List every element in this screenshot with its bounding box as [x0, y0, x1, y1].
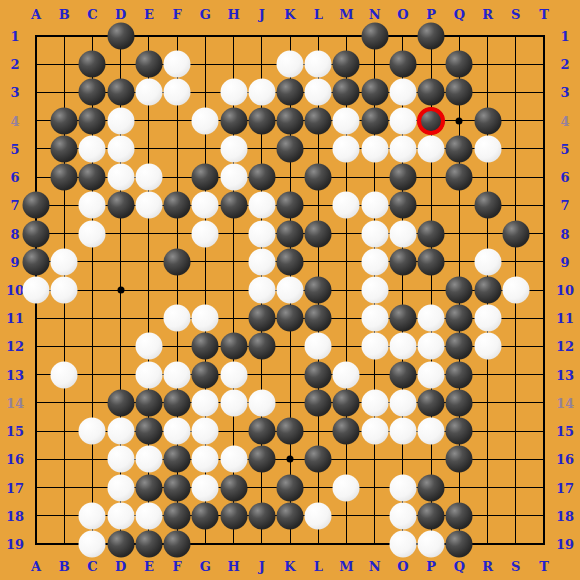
stone-white-C18[interactable] [79, 502, 106, 529]
stone-black-C2[interactable] [79, 51, 106, 78]
row-label-right-5: 5 [560, 142, 569, 155]
stone-white-M17[interactable] [333, 474, 360, 501]
stone-black-L6[interactable] [305, 164, 332, 191]
stone-black-K9[interactable] [277, 248, 304, 275]
stone-black-P18[interactable] [418, 502, 445, 529]
stone-white-D16[interactable] [107, 446, 134, 473]
stone-black-L11[interactable] [305, 305, 332, 332]
col-label-top-H: H [227, 8, 239, 21]
stone-white-H13[interactable] [220, 361, 247, 388]
row-label-right-15: 15 [556, 425, 574, 438]
col-label-bottom-F: F [172, 560, 181, 573]
row-label-right-10: 10 [556, 284, 574, 297]
col-label-top-B: B [59, 8, 70, 21]
stone-black-K3[interactable] [277, 79, 304, 106]
stone-black-L16[interactable] [305, 446, 332, 473]
stone-white-K2[interactable] [277, 51, 304, 78]
stone-white-N9[interactable] [361, 248, 388, 275]
col-label-top-E: E [144, 8, 154, 21]
row-label-left-5: 5 [10, 142, 19, 155]
stone-black-R7[interactable] [474, 192, 501, 219]
stone-black-O9[interactable] [389, 248, 416, 275]
stone-white-B9[interactable] [51, 248, 78, 275]
col-label-bottom-A: A [31, 560, 41, 573]
stone-white-G11[interactable] [192, 305, 219, 332]
col-label-top-C: C [87, 8, 97, 21]
row-label-left-16: 16 [6, 453, 24, 466]
stone-white-G16[interactable] [192, 446, 219, 473]
stone-black-Q2[interactable] [446, 51, 473, 78]
col-label-bottom-D: D [115, 560, 126, 573]
stone-black-O7[interactable] [389, 192, 416, 219]
col-label-top-K: K [284, 8, 295, 21]
row-label-left-14: 14 [6, 396, 24, 409]
row-label-left-2: 2 [10, 58, 19, 71]
go-board[interactable]: AABBCCDDEEFFGGHHJJKKLLMMNNOOPPQQRRSSTT11… [0, 0, 580, 580]
stone-black-P8[interactable] [418, 220, 445, 247]
stone-black-D14[interactable] [107, 389, 134, 416]
stone-white-N12[interactable] [361, 333, 388, 360]
row-label-right-6: 6 [560, 171, 569, 184]
stone-black-C4[interactable] [79, 107, 106, 134]
col-label-top-R: R [482, 8, 493, 21]
stone-black-M3[interactable] [333, 79, 360, 106]
row-label-right-4: 4 [560, 114, 569, 127]
row-label-right-19: 19 [556, 538, 574, 551]
col-label-bottom-P: P [426, 560, 436, 573]
stone-white-F3[interactable] [164, 79, 191, 106]
stone-white-J8[interactable] [248, 220, 275, 247]
row-label-right-11: 11 [556, 312, 574, 325]
stone-white-O12[interactable] [389, 333, 416, 360]
stone-black-D7[interactable] [107, 192, 134, 219]
stone-black-G18[interactable] [192, 502, 219, 529]
stone-white-O8[interactable] [389, 220, 416, 247]
col-label-top-M: M [339, 8, 353, 21]
row-label-right-13: 13 [556, 368, 574, 381]
stone-black-J11[interactable] [248, 305, 275, 332]
col-label-top-P: P [426, 8, 436, 21]
stone-black-K15[interactable] [277, 418, 304, 445]
row-label-left-19: 19 [6, 538, 24, 551]
row-label-left-17: 17 [6, 481, 24, 494]
row-label-left-3: 3 [10, 86, 19, 99]
row-label-right-8: 8 [560, 227, 569, 240]
col-label-top-T: T [539, 8, 549, 21]
stone-black-P14[interactable] [418, 389, 445, 416]
stone-black-J16[interactable] [248, 446, 275, 473]
stone-white-G4[interactable] [192, 107, 219, 134]
stone-black-F18[interactable] [164, 502, 191, 529]
stone-black-K18[interactable] [277, 502, 304, 529]
stone-black-M15[interactable] [333, 418, 360, 445]
stone-black-O6[interactable] [389, 164, 416, 191]
star-point-Q4 [456, 117, 463, 124]
stone-black-J18[interactable] [248, 502, 275, 529]
row-label-right-18: 18 [556, 509, 574, 522]
stone-white-O4[interactable] [389, 107, 416, 134]
stone-black-F19[interactable] [164, 531, 191, 558]
col-label-bottom-G: G [200, 560, 211, 573]
stone-white-H5[interactable] [220, 135, 247, 162]
stone-black-R10[interactable] [474, 277, 501, 304]
col-label-top-F: F [172, 8, 181, 21]
stone-white-S10[interactable] [502, 277, 529, 304]
row-label-right-3: 3 [560, 86, 569, 99]
stone-white-J3[interactable] [248, 79, 275, 106]
stone-white-O3[interactable] [389, 79, 416, 106]
stone-white-C19[interactable] [79, 531, 106, 558]
stone-black-S8[interactable] [502, 220, 529, 247]
row-label-left-6: 6 [10, 171, 19, 184]
stone-black-J15[interactable] [248, 418, 275, 445]
stone-white-P5[interactable] [418, 135, 445, 162]
col-label-bottom-S: S [511, 560, 520, 573]
stone-white-D5[interactable] [107, 135, 134, 162]
stone-white-E3[interactable] [135, 79, 162, 106]
stone-black-H18[interactable] [220, 502, 247, 529]
stone-white-D15[interactable] [107, 418, 134, 445]
stone-white-A10[interactable] [23, 277, 50, 304]
col-label-bottom-T: T [539, 560, 549, 573]
stone-white-N14[interactable] [361, 389, 388, 416]
stone-white-L3[interactable] [305, 79, 332, 106]
stone-black-N1[interactable] [361, 23, 388, 50]
row-label-left-7: 7 [10, 199, 19, 212]
row-label-left-9: 9 [10, 255, 19, 268]
stone-black-O11[interactable] [389, 305, 416, 332]
stone-black-F7[interactable] [164, 192, 191, 219]
col-label-bottom-R: R [482, 560, 493, 573]
star-point-D10 [117, 287, 124, 294]
stone-black-P9[interactable] [418, 248, 445, 275]
stone-white-N10[interactable] [361, 277, 388, 304]
stone-black-Q5[interactable] [446, 135, 473, 162]
stone-black-J12[interactable] [248, 333, 275, 360]
stone-white-E13[interactable] [135, 361, 162, 388]
stone-white-P11[interactable] [418, 305, 445, 332]
col-label-bottom-K: K [284, 560, 295, 573]
stone-white-H3[interactable] [220, 79, 247, 106]
stone-white-C15[interactable] [79, 418, 106, 445]
stone-black-O2[interactable] [389, 51, 416, 78]
row-label-left-8: 8 [10, 227, 19, 240]
stone-white-R9[interactable] [474, 248, 501, 275]
stone-white-B10[interactable] [51, 277, 78, 304]
stone-black-F9[interactable] [164, 248, 191, 275]
col-label-bottom-L: L [314, 560, 323, 573]
stone-white-O19[interactable] [389, 531, 416, 558]
stone-black-E2[interactable] [135, 51, 162, 78]
col-label-bottom-J: J [259, 560, 265, 573]
stone-black-A9[interactable] [23, 248, 50, 275]
stone-black-M14[interactable] [333, 389, 360, 416]
row-label-right-1: 1 [560, 30, 569, 43]
stone-white-H6[interactable] [220, 164, 247, 191]
stone-black-P1[interactable] [418, 23, 445, 50]
row-label-right-7: 7 [560, 199, 569, 212]
stone-white-O15[interactable] [389, 418, 416, 445]
col-label-top-J: J [259, 8, 265, 21]
stone-black-L13[interactable] [305, 361, 332, 388]
row-label-left-11: 11 [6, 312, 24, 325]
row-label-right-12: 12 [556, 340, 574, 353]
stone-black-K5[interactable] [277, 135, 304, 162]
stone-black-F14[interactable] [164, 389, 191, 416]
stone-white-H14[interactable] [220, 389, 247, 416]
stone-black-Q6[interactable] [446, 164, 473, 191]
stone-white-O5[interactable] [389, 135, 416, 162]
stone-white-C5[interactable] [79, 135, 106, 162]
stone-black-Q13[interactable] [446, 361, 473, 388]
stone-black-R4[interactable] [474, 107, 501, 134]
stone-black-E17[interactable] [135, 474, 162, 501]
stone-black-Q12[interactable] [446, 333, 473, 360]
stone-white-K10[interactable] [277, 277, 304, 304]
stone-white-P13[interactable] [418, 361, 445, 388]
stone-black-F16[interactable] [164, 446, 191, 473]
stone-white-F15[interactable] [164, 418, 191, 445]
stone-black-H7[interactable] [220, 192, 247, 219]
stone-black-Q15[interactable] [446, 418, 473, 445]
stone-white-N8[interactable] [361, 220, 388, 247]
row-label-left-18: 18 [6, 509, 24, 522]
stone-black-G12[interactable] [192, 333, 219, 360]
stone-black-E19[interactable] [135, 531, 162, 558]
row-label-right-9: 9 [560, 255, 569, 268]
stone-white-J10[interactable] [248, 277, 275, 304]
stone-white-M5[interactable] [333, 135, 360, 162]
stone-white-E12[interactable] [135, 333, 162, 360]
stone-white-B13[interactable] [51, 361, 78, 388]
stone-black-L8[interactable] [305, 220, 332, 247]
stone-white-E7[interactable] [135, 192, 162, 219]
stone-black-N4[interactable] [361, 107, 388, 134]
row-label-left-4: 4 [10, 114, 19, 127]
stone-white-N15[interactable] [361, 418, 388, 445]
col-label-bottom-E: E [144, 560, 154, 573]
stone-black-C6[interactable] [79, 164, 106, 191]
stone-black-Q16[interactable] [446, 446, 473, 473]
col-label-bottom-B: B [59, 560, 70, 573]
stone-white-L12[interactable] [305, 333, 332, 360]
stone-black-K4[interactable] [277, 107, 304, 134]
stone-black-L10[interactable] [305, 277, 332, 304]
stone-white-R11[interactable] [474, 305, 501, 332]
row-label-right-14: 14 [556, 396, 574, 409]
stone-black-D19[interactable] [107, 531, 134, 558]
stone-black-D1[interactable] [107, 23, 134, 50]
row-label-right-17: 17 [556, 481, 574, 494]
stone-white-P15[interactable] [418, 418, 445, 445]
stone-white-L2[interactable] [305, 51, 332, 78]
stone-black-H12[interactable] [220, 333, 247, 360]
stone-white-M4[interactable] [333, 107, 360, 134]
stone-black-J6[interactable] [248, 164, 275, 191]
stone-white-G17[interactable] [192, 474, 219, 501]
col-label-bottom-M: M [339, 560, 353, 573]
row-label-right-2: 2 [560, 58, 569, 71]
stone-black-B5[interactable] [51, 135, 78, 162]
row-label-left-15: 15 [6, 425, 24, 438]
stone-white-R5[interactable] [474, 135, 501, 162]
stone-white-M13[interactable] [333, 361, 360, 388]
stone-black-K8[interactable] [277, 220, 304, 247]
stone-white-J14[interactable] [248, 389, 275, 416]
stone-white-L18[interactable] [305, 502, 332, 529]
stone-black-L4[interactable] [305, 107, 332, 134]
col-label-bottom-N: N [369, 560, 381, 573]
stone-black-N3[interactable] [361, 79, 388, 106]
stone-black-Q10[interactable] [446, 277, 473, 304]
stone-black-Q11[interactable] [446, 305, 473, 332]
stone-black-A7[interactable] [23, 192, 50, 219]
stone-white-D4[interactable] [107, 107, 134, 134]
stone-white-G14[interactable] [192, 389, 219, 416]
stone-black-Q18[interactable] [446, 502, 473, 529]
col-label-bottom-Q: Q [454, 560, 465, 573]
stone-white-N7[interactable] [361, 192, 388, 219]
stone-white-H16[interactable] [220, 446, 247, 473]
stone-white-G8[interactable] [192, 220, 219, 247]
row-label-left-13: 13 [6, 368, 24, 381]
stone-black-K7[interactable] [277, 192, 304, 219]
stone-black-Q3[interactable] [446, 79, 473, 106]
stone-black-B4[interactable] [51, 107, 78, 134]
col-label-top-N: N [369, 8, 381, 21]
stone-black-B6[interactable] [51, 164, 78, 191]
stone-black-Q14[interactable] [446, 389, 473, 416]
stone-white-F13[interactable] [164, 361, 191, 388]
stone-black-K11[interactable] [277, 305, 304, 332]
stone-white-E6[interactable] [135, 164, 162, 191]
col-label-bottom-O: O [397, 560, 408, 573]
stone-white-O18[interactable] [389, 502, 416, 529]
stone-white-E18[interactable] [135, 502, 162, 529]
stone-black-M2[interactable] [333, 51, 360, 78]
stone-black-D3[interactable] [107, 79, 134, 106]
row-label-left-1: 1 [10, 30, 19, 43]
stone-black-C3[interactable] [79, 79, 106, 106]
stone-white-J9[interactable] [248, 248, 275, 275]
col-label-bottom-C: C [87, 560, 97, 573]
stone-white-D18[interactable] [107, 502, 134, 529]
stone-black-A8[interactable] [23, 220, 50, 247]
stone-white-E16[interactable] [135, 446, 162, 473]
stone-white-M7[interactable] [333, 192, 360, 219]
stone-white-P12[interactable] [418, 333, 445, 360]
stone-white-D6[interactable] [107, 164, 134, 191]
col-label-top-Q: Q [454, 8, 465, 21]
stone-black-G13[interactable] [192, 361, 219, 388]
stone-black-O13[interactable] [389, 361, 416, 388]
col-label-top-G: G [200, 8, 211, 21]
stone-white-C8[interactable] [79, 220, 106, 247]
row-label-right-16: 16 [556, 453, 574, 466]
row-label-left-10: 10 [6, 284, 24, 297]
stone-white-P19[interactable] [418, 531, 445, 558]
stone-black-H4[interactable] [220, 107, 247, 134]
col-label-top-S: S [511, 8, 520, 21]
stone-white-O14[interactable] [389, 389, 416, 416]
star-point-K16 [287, 456, 294, 463]
last-move-marker [417, 107, 445, 135]
stone-white-N5[interactable] [361, 135, 388, 162]
col-label-top-D: D [115, 8, 126, 21]
stone-black-L14[interactable] [305, 389, 332, 416]
stone-black-F17[interactable] [164, 474, 191, 501]
stone-black-P3[interactable] [418, 79, 445, 106]
stone-white-O17[interactable] [389, 474, 416, 501]
stone-black-P17[interactable] [418, 474, 445, 501]
stone-white-J7[interactable] [248, 192, 275, 219]
col-label-bottom-H: H [227, 560, 239, 573]
stone-black-Q19[interactable] [446, 531, 473, 558]
stone-white-F11[interactable] [164, 305, 191, 332]
stone-white-F2[interactable] [164, 51, 191, 78]
stone-white-G7[interactable] [192, 192, 219, 219]
row-label-left-12: 12 [6, 340, 24, 353]
stone-black-G6[interactable] [192, 164, 219, 191]
stone-black-H17[interactable] [220, 474, 247, 501]
stone-white-R12[interactable] [474, 333, 501, 360]
col-label-top-A: A [31, 8, 41, 21]
stone-black-E14[interactable] [135, 389, 162, 416]
col-label-top-O: O [397, 8, 408, 21]
col-label-top-L: L [314, 8, 323, 21]
stone-black-J4[interactable] [248, 107, 275, 134]
stone-white-N11[interactable] [361, 305, 388, 332]
stone-white-G15[interactable] [192, 418, 219, 445]
stone-white-D17[interactable] [107, 474, 134, 501]
stone-black-K17[interactable] [277, 474, 304, 501]
stone-black-E15[interactable] [135, 418, 162, 445]
stone-white-C7[interactable] [79, 192, 106, 219]
